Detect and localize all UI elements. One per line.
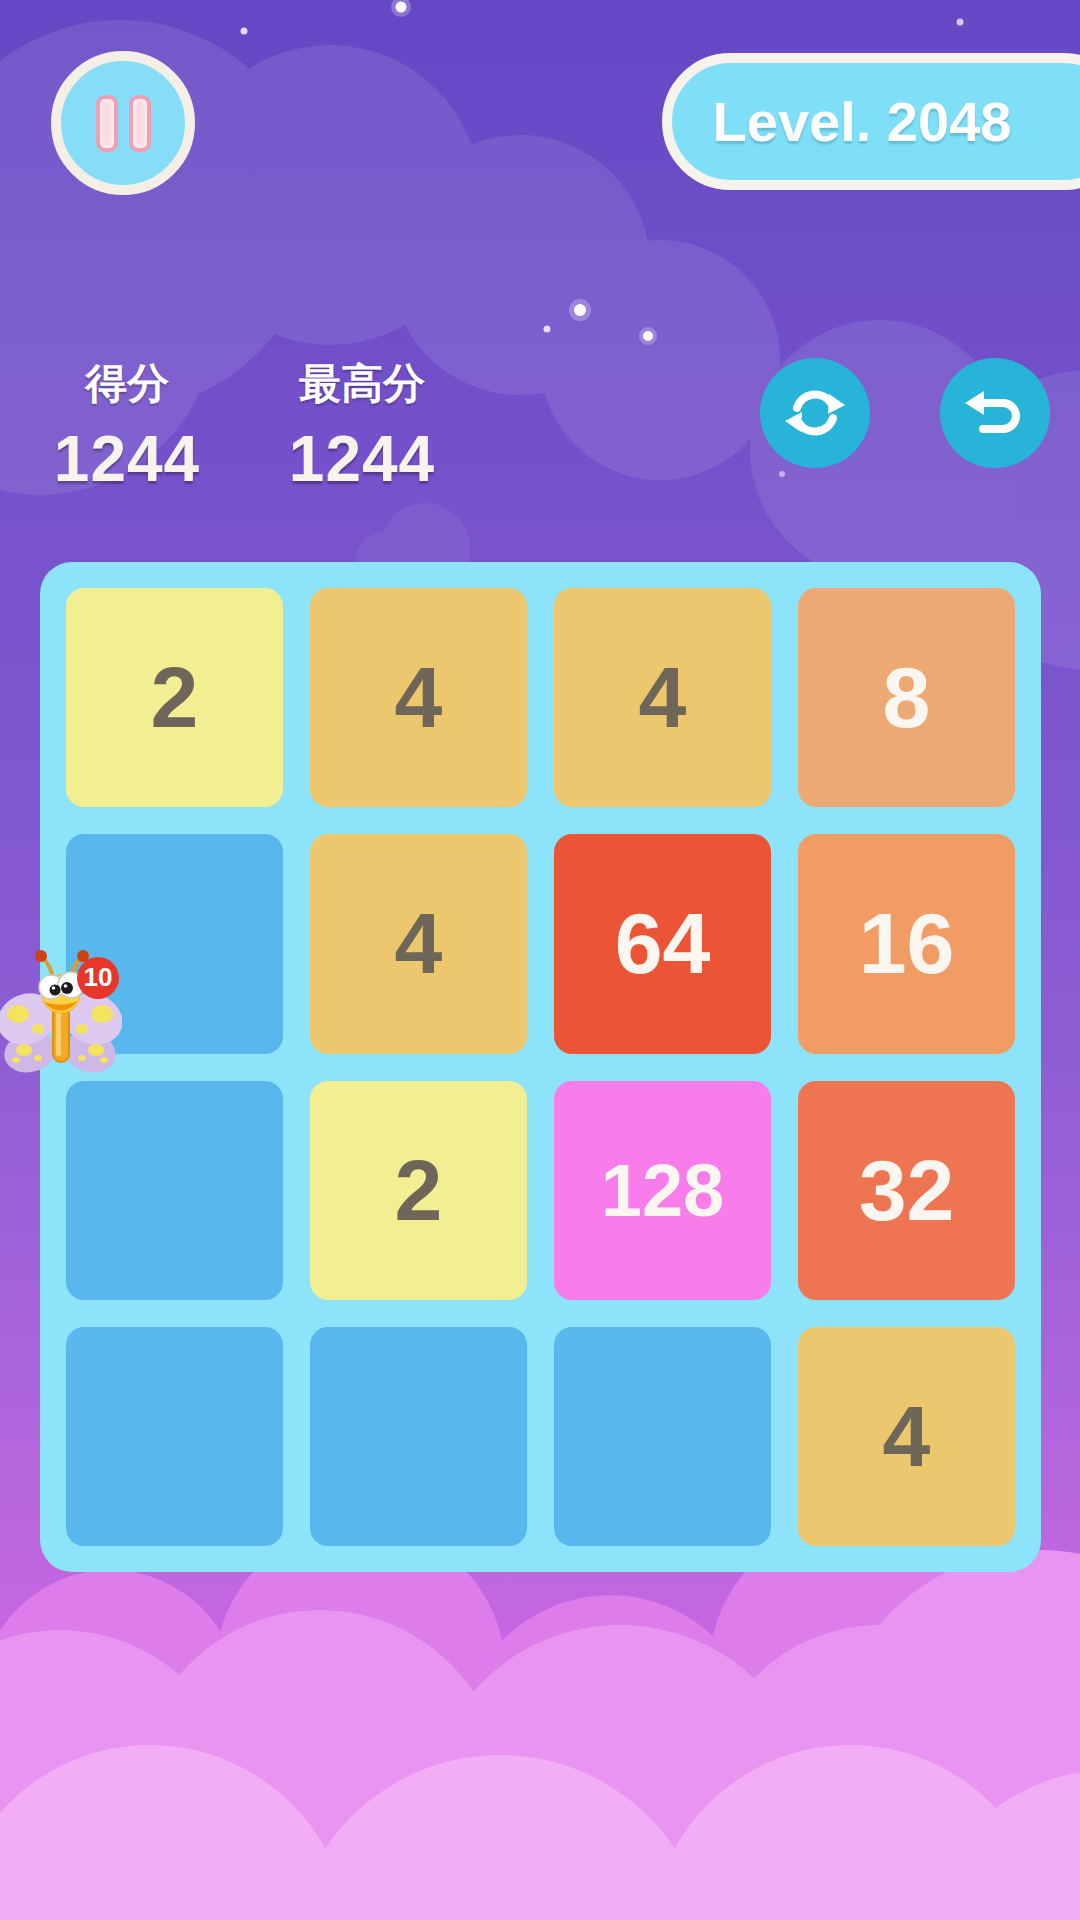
pause-icon	[96, 95, 151, 152]
score-value: 1244	[17, 422, 237, 496]
tile-4: 4	[554, 588, 771, 807]
tile-32: 32	[798, 1081, 1015, 1300]
best-score-panel: 最高分 1244	[252, 356, 472, 496]
undo-icon	[963, 381, 1027, 445]
empty-cell	[66, 1327, 283, 1546]
score-panel: 得分 1244	[17, 356, 237, 496]
tile-2: 2	[66, 588, 283, 807]
bottom-cloud-layer	[0, 1525, 1080, 1920]
tile-4: 4	[310, 834, 527, 1053]
pause-button[interactable]	[51, 51, 195, 195]
undo-button[interactable]	[940, 358, 1050, 468]
refresh-icon	[783, 381, 847, 445]
butterfly-character[interactable]: 10	[0, 944, 122, 1089]
empty-cell	[66, 1081, 283, 1300]
level-badge-label: Level. 2048	[713, 89, 1012, 154]
butterfly-count-badge: 10	[77, 957, 119, 999]
best-score-value: 1244	[252, 422, 472, 496]
tile-2: 2	[310, 1081, 527, 1300]
empty-cell	[310, 1327, 527, 1546]
empty-cell	[554, 1327, 771, 1546]
tile-16: 16	[798, 834, 1015, 1053]
restart-button[interactable]	[760, 358, 870, 468]
tile-128: 128	[554, 1081, 771, 1300]
level-badge: Level. 2048	[662, 53, 1080, 190]
best-score-label: 最高分	[252, 356, 472, 412]
tile-4: 4	[310, 588, 527, 807]
tile-4: 4	[798, 1327, 1015, 1546]
game-screen: Level. 2048 得分 1244 最高分 1244 24484641621…	[0, 0, 1080, 1920]
tile-8: 8	[798, 588, 1015, 807]
score-label: 得分	[17, 356, 237, 412]
board-grid[interactable]: 2448464162128324	[40, 562, 1041, 1572]
tile-64: 64	[554, 834, 771, 1053]
butterfly-count-label: 10	[84, 962, 113, 992]
